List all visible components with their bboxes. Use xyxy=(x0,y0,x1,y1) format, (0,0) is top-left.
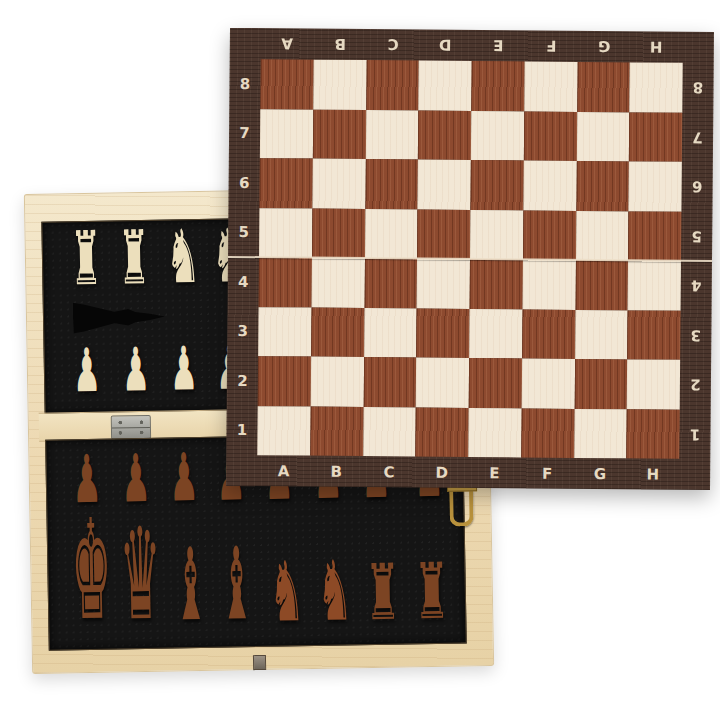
square-b8 xyxy=(313,60,366,110)
white-rook-piece: ♜ xyxy=(118,220,150,295)
square-d5 xyxy=(417,209,470,259)
file-label-bottom-b: B xyxy=(310,456,363,487)
square-b1 xyxy=(310,406,363,456)
rank-label-left-4: 4 xyxy=(228,257,259,307)
white-knight-piece: ♞ xyxy=(165,219,201,294)
square-a5 xyxy=(259,208,312,258)
file-label-top-b: B xyxy=(313,29,366,60)
square-g2 xyxy=(574,359,627,409)
file-label-bottom-f: F xyxy=(521,457,574,488)
rank-label-left-5: 5 xyxy=(228,207,259,257)
rank-label-right-4: 4 xyxy=(681,261,712,311)
square-g6 xyxy=(576,161,629,211)
square-a1 xyxy=(257,406,310,456)
rank-label-left-8: 8 xyxy=(229,59,260,109)
square-h4 xyxy=(628,260,681,310)
square-d7 xyxy=(418,110,471,160)
rank-label-right-1: 1 xyxy=(679,409,710,459)
square-c7 xyxy=(365,110,418,160)
square-a4 xyxy=(259,257,312,307)
square-f8 xyxy=(524,61,577,111)
square-g4 xyxy=(575,260,628,310)
hinge-icon xyxy=(111,415,151,440)
file-label-bottom-d: D xyxy=(415,457,468,488)
square-d3 xyxy=(416,308,469,358)
file-labels-top: ABCDEFGH xyxy=(261,28,683,63)
square-a2 xyxy=(258,356,311,406)
square-e3 xyxy=(469,308,522,358)
square-d4 xyxy=(417,259,470,309)
dark-queen-piece: ♛ xyxy=(119,511,162,639)
square-f5 xyxy=(523,210,576,260)
file-label-top-d: D xyxy=(419,30,472,61)
square-h5 xyxy=(628,211,681,261)
dark-knight-piece: ♞ xyxy=(317,549,353,633)
rank-label-right-2: 2 xyxy=(680,360,711,410)
square-b6 xyxy=(312,159,365,209)
square-d2 xyxy=(416,358,469,408)
square-c3 xyxy=(364,308,417,358)
square-b2 xyxy=(310,357,363,407)
square-g8 xyxy=(577,62,630,112)
square-c4 xyxy=(364,258,417,308)
square-f3 xyxy=(522,309,575,359)
file-label-top-g: G xyxy=(577,31,630,62)
square-b5 xyxy=(312,208,365,258)
square-b3 xyxy=(311,307,364,357)
square-g1 xyxy=(574,408,627,458)
square-a8 xyxy=(260,59,313,109)
file-label-bottom-e: E xyxy=(468,457,521,488)
chess-board: ABCDEFGH ABCDEFGH 87654321 87654321 xyxy=(226,28,714,490)
file-label-top-e: E xyxy=(472,30,525,61)
square-h2 xyxy=(627,359,680,409)
square-e4 xyxy=(470,259,523,309)
square-a3 xyxy=(258,307,311,357)
rank-label-left-7: 7 xyxy=(229,108,260,158)
rank-label-right-5: 5 xyxy=(681,211,712,261)
square-c1 xyxy=(363,407,416,457)
file-label-bottom-c: C xyxy=(363,456,416,487)
square-c2 xyxy=(363,357,416,407)
square-f6 xyxy=(523,160,576,210)
square-h7 xyxy=(629,112,682,162)
square-d1 xyxy=(416,407,469,457)
file-label-top-f: F xyxy=(524,30,577,61)
rank-label-right-6: 6 xyxy=(681,162,712,212)
square-e8 xyxy=(471,61,524,111)
square-e1 xyxy=(468,407,521,457)
square-h3 xyxy=(627,310,680,360)
square-e7 xyxy=(471,111,524,161)
white-rook-piece: ♜ xyxy=(70,221,102,296)
square-f7 xyxy=(524,111,577,161)
white-pawn-piece: ♟ xyxy=(72,340,101,400)
dark-rook-piece: ♜ xyxy=(365,554,401,632)
square-e2 xyxy=(469,358,522,408)
rank-label-right-7: 7 xyxy=(682,112,713,162)
dark-bishop-piece: ♝ xyxy=(173,535,208,636)
latch-icon xyxy=(449,490,474,526)
square-g5 xyxy=(575,210,628,260)
rank-label-left-1: 1 xyxy=(226,405,257,455)
file-label-top-h: H xyxy=(630,31,683,62)
square-b4 xyxy=(311,258,364,308)
dark-knight-piece: ♞ xyxy=(269,550,305,634)
rank-label-left-3: 3 xyxy=(227,306,258,356)
clasp-icon xyxy=(253,655,266,670)
square-c8 xyxy=(366,60,419,110)
square-d8 xyxy=(419,61,472,111)
square-h6 xyxy=(629,161,682,211)
square-e5 xyxy=(470,210,523,260)
square-h8 xyxy=(630,62,683,112)
square-a7 xyxy=(260,109,313,159)
square-d6 xyxy=(418,160,471,210)
file-label-bottom-g: G xyxy=(573,458,626,489)
file-label-top-c: C xyxy=(366,29,419,60)
square-g7 xyxy=(576,111,629,161)
square-c5 xyxy=(365,209,418,259)
file-label-top-a: A xyxy=(261,28,314,59)
rank-label-left-2: 2 xyxy=(227,356,258,406)
square-h1 xyxy=(627,409,680,459)
chess-set-product-photo: ♜♜♞♞♟♟♟♟♟♟♟♟♟♟♟♟♚♛♝♝♞♞♜♜ ABCDEFGH ABCDEF… xyxy=(0,0,720,720)
dark-pawn-piece: ♟ xyxy=(168,445,199,512)
square-f4 xyxy=(522,259,575,309)
white-pawn-piece: ♟ xyxy=(121,339,150,399)
rank-label-right-8: 8 xyxy=(682,63,713,113)
square-b7 xyxy=(313,109,366,159)
square-c6 xyxy=(365,159,418,209)
file-label-bottom-a: A xyxy=(257,455,310,486)
square-e6 xyxy=(470,160,523,210)
rank-label-right-3: 3 xyxy=(680,310,711,360)
dark-king-piece: ♚ xyxy=(70,502,112,641)
dark-rook-piece: ♜ xyxy=(414,553,450,631)
square-f2 xyxy=(521,358,574,408)
square-a6 xyxy=(259,158,312,208)
rank-label-left-6: 6 xyxy=(228,158,259,208)
dark-bishop-piece: ♝ xyxy=(219,534,254,635)
square-g3 xyxy=(575,309,628,359)
white-pawn-piece: ♟ xyxy=(169,338,198,398)
file-label-bottom-h: H xyxy=(626,458,679,489)
square-f1 xyxy=(521,408,574,458)
file-labels-bottom: ABCDEFGH xyxy=(257,455,679,490)
